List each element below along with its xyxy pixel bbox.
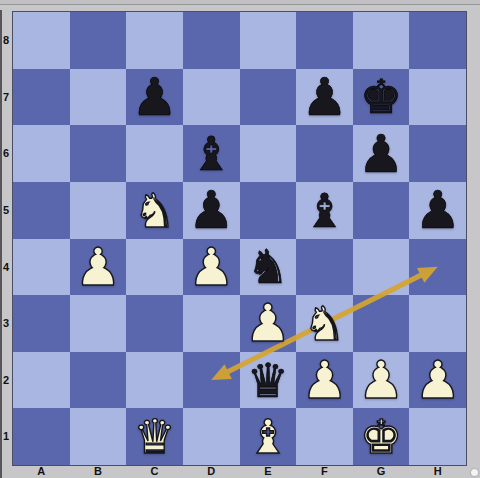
file-label-a: A (13, 465, 70, 478)
square-e8[interactable] (240, 12, 297, 69)
file-label-f: F (296, 465, 353, 478)
piece-white-pawn-d4[interactable]: ♟ (183, 239, 240, 296)
rank-label-8: 8 (0, 12, 12, 69)
square-d1[interactable] (183, 408, 240, 465)
square-h4[interactable] (409, 239, 466, 296)
square-c6[interactable] (126, 125, 183, 182)
square-a1[interactable] (13, 408, 70, 465)
piece-black-king-g7[interactable]: ♚ (353, 69, 410, 126)
square-f4[interactable] (296, 239, 353, 296)
rank-label-4: 4 (0, 239, 12, 296)
square-d2[interactable] (183, 352, 240, 409)
piece-white-bishop-e1[interactable]: ♝ (240, 408, 297, 465)
square-b5[interactable] (70, 182, 127, 239)
top-divider (0, 0, 480, 5)
square-c8[interactable] (126, 12, 183, 69)
file-label-c: C (126, 465, 183, 478)
piece-black-knight-e4[interactable]: ♞ (240, 239, 297, 296)
square-c2[interactable] (126, 352, 183, 409)
square-b7[interactable] (70, 69, 127, 126)
square-g8[interactable] (353, 12, 410, 69)
square-h8[interactable] (409, 12, 466, 69)
square-b6[interactable] (70, 125, 127, 182)
square-h7[interactable] (409, 69, 466, 126)
square-a6[interactable] (13, 125, 70, 182)
piece-black-pawn-h5[interactable]: ♟ (409, 182, 466, 239)
piece-white-pawn-h2[interactable]: ♟ (409, 352, 466, 409)
file-label-h: H (409, 465, 466, 478)
piece-white-pawn-f2[interactable]: ♟ (296, 352, 353, 409)
piece-white-knight-f3[interactable]: ♞ (296, 295, 353, 352)
corner-dot (471, 469, 478, 476)
file-label-g: G (353, 465, 410, 478)
rank-label-3: 3 (0, 295, 12, 352)
square-a8[interactable] (13, 12, 70, 69)
square-e7[interactable] (240, 69, 297, 126)
square-g3[interactable] (353, 295, 410, 352)
square-h1[interactable] (409, 408, 466, 465)
piece-black-queen-e2[interactable]: ♛ (240, 352, 297, 409)
piece-black-bishop-d6[interactable]: ♝ (183, 125, 240, 182)
square-g4[interactable] (353, 239, 410, 296)
square-h6[interactable] (409, 125, 466, 182)
piece-white-king-g1[interactable]: ♚ (353, 408, 410, 465)
piece-black-pawn-g6[interactable]: ♟ (353, 125, 410, 182)
rank-label-7: 7 (0, 69, 12, 126)
square-g5[interactable] (353, 182, 410, 239)
chess-app-window: { "game": "chess", "window": { "backgrou… (0, 0, 480, 478)
file-label-e: E (240, 465, 297, 478)
square-c4[interactable] (126, 239, 183, 296)
square-f8[interactable] (296, 12, 353, 69)
square-c3[interactable] (126, 295, 183, 352)
square-h3[interactable] (409, 295, 466, 352)
rank-label-1: 1 (0, 408, 12, 465)
piece-white-queen-c1[interactable]: ♛ (126, 408, 183, 465)
rank-label-6: 6 (0, 125, 12, 182)
square-a7[interactable] (13, 69, 70, 126)
square-a4[interactable] (13, 239, 70, 296)
square-a2[interactable] (13, 352, 70, 409)
rank-label-2: 2 (0, 352, 12, 409)
square-b2[interactable] (70, 352, 127, 409)
piece-black-pawn-c7[interactable]: ♟ (126, 69, 183, 126)
file-label-b: B (70, 465, 127, 478)
square-f6[interactable] (296, 125, 353, 182)
square-d3[interactable] (183, 295, 240, 352)
piece-white-pawn-e3[interactable]: ♟ (240, 295, 297, 352)
square-e5[interactable] (240, 182, 297, 239)
square-b8[interactable] (70, 12, 127, 69)
square-a3[interactable] (13, 295, 70, 352)
chess-board-frame: ♟♟♚♝♟♞♟♝♟♟♟♞♟♞♛♟♟♟♛♝♚ (12, 11, 467, 466)
piece-white-pawn-b4[interactable]: ♟ (70, 239, 127, 296)
piece-white-knight-c5[interactable]: ♞ (126, 182, 183, 239)
square-d8[interactable] (183, 12, 240, 69)
square-f1[interactable] (296, 408, 353, 465)
square-b3[interactable] (70, 295, 127, 352)
file-label-d: D (183, 465, 240, 478)
square-d7[interactable] (183, 69, 240, 126)
piece-black-bishop-f5[interactable]: ♝ (296, 182, 353, 239)
rank-label-5: 5 (0, 182, 12, 239)
square-a5[interactable] (13, 182, 70, 239)
piece-black-pawn-f7[interactable]: ♟ (296, 69, 353, 126)
piece-white-pawn-g2[interactable]: ♟ (353, 352, 410, 409)
square-b1[interactable] (70, 408, 127, 465)
piece-black-pawn-d5[interactable]: ♟ (183, 182, 240, 239)
square-e6[interactable] (240, 125, 297, 182)
